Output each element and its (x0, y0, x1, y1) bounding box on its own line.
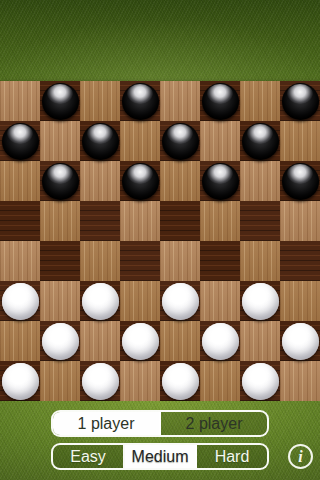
board-square[interactable] (160, 161, 200, 201)
board-square[interactable] (40, 121, 80, 161)
board-square[interactable] (40, 321, 80, 361)
white-checker[interactable] (2, 363, 39, 400)
board-square[interactable] (160, 361, 200, 401)
board-square[interactable] (80, 361, 120, 401)
board-square[interactable] (40, 241, 80, 281)
board-square[interactable] (280, 281, 320, 321)
board-square[interactable] (160, 81, 200, 121)
board-square[interactable] (0, 121, 40, 161)
black-checker[interactable] (122, 163, 159, 200)
board-square[interactable] (200, 281, 240, 321)
board-square[interactable] (280, 81, 320, 121)
white-checker[interactable] (202, 323, 239, 360)
player-mode-option-1-player[interactable]: 1 player (53, 412, 161, 435)
board-square[interactable] (40, 81, 80, 121)
board-square[interactable] (0, 161, 40, 201)
white-checker[interactable] (162, 283, 199, 320)
board-square[interactable] (120, 161, 160, 201)
board-square[interactable] (200, 361, 240, 401)
board-square[interactable] (120, 241, 160, 281)
board-square[interactable] (80, 81, 120, 121)
board-square[interactable] (40, 161, 80, 201)
board-square[interactable] (80, 241, 120, 281)
white-checker[interactable] (122, 323, 159, 360)
board-square[interactable] (240, 281, 280, 321)
board-square[interactable] (120, 321, 160, 361)
black-checker[interactable] (282, 83, 319, 120)
black-checker[interactable] (282, 163, 319, 200)
board-square[interactable] (160, 241, 200, 281)
board-square[interactable] (280, 241, 320, 281)
white-checker[interactable] (242, 363, 279, 400)
board-square[interactable] (80, 321, 120, 361)
board-square[interactable] (0, 201, 40, 241)
board-square[interactable] (280, 321, 320, 361)
board-square[interactable] (40, 281, 80, 321)
board-square[interactable] (200, 81, 240, 121)
white-checker[interactable] (42, 323, 79, 360)
board-square[interactable] (200, 321, 240, 361)
info-icon: i (298, 448, 302, 465)
board-square[interactable] (120, 121, 160, 161)
board-square[interactable] (240, 241, 280, 281)
info-button[interactable]: i (288, 444, 313, 469)
black-checker[interactable] (42, 163, 79, 200)
white-checker[interactable] (282, 323, 319, 360)
board-square[interactable] (240, 81, 280, 121)
board-square[interactable] (160, 321, 200, 361)
board-square[interactable] (0, 281, 40, 321)
black-checker[interactable] (2, 123, 39, 160)
board-square[interactable] (240, 361, 280, 401)
black-checker[interactable] (82, 123, 119, 160)
board-square[interactable] (160, 281, 200, 321)
black-checker[interactable] (162, 123, 199, 160)
board-square[interactable] (0, 361, 40, 401)
board-square[interactable] (120, 81, 160, 121)
white-checker[interactable] (162, 363, 199, 400)
board-square[interactable] (120, 281, 160, 321)
white-checker[interactable] (82, 363, 119, 400)
checkers-app-screen: 1 player2 player EasyMediumHard i (0, 0, 320, 480)
board-square[interactable] (280, 361, 320, 401)
difficulty-control: EasyMediumHard (51, 443, 269, 470)
white-checker[interactable] (82, 283, 119, 320)
board-square[interactable] (80, 121, 120, 161)
board-square[interactable] (40, 361, 80, 401)
board-square[interactable] (240, 161, 280, 201)
board-square[interactable] (200, 241, 240, 281)
difficulty-option-hard[interactable]: Hard (197, 445, 267, 468)
black-checker[interactable] (242, 123, 279, 160)
board-square[interactable] (240, 201, 280, 241)
board-square[interactable] (200, 201, 240, 241)
black-checker[interactable] (202, 163, 239, 200)
player-mode-control: 1 player2 player (51, 410, 269, 437)
board-square[interactable] (200, 161, 240, 201)
white-checker[interactable] (2, 283, 39, 320)
board-square[interactable] (0, 241, 40, 281)
board-square[interactable] (120, 361, 160, 401)
board-square[interactable] (0, 81, 40, 121)
board-square[interactable] (160, 121, 200, 161)
checkers-board (0, 81, 320, 401)
difficulty-option-medium[interactable]: Medium (125, 445, 197, 468)
board-square[interactable] (80, 201, 120, 241)
player-mode-option-2-player[interactable]: 2 player (161, 412, 267, 435)
board-square[interactable] (160, 201, 200, 241)
board-square[interactable] (200, 121, 240, 161)
board-square[interactable] (80, 161, 120, 201)
black-checker[interactable] (42, 83, 79, 120)
black-checker[interactable] (122, 83, 159, 120)
board-square[interactable] (80, 281, 120, 321)
difficulty-option-easy[interactable]: Easy (53, 445, 125, 468)
board-square[interactable] (280, 161, 320, 201)
table-felt-top (0, 0, 320, 81)
black-checker[interactable] (202, 83, 239, 120)
board-square[interactable] (0, 321, 40, 361)
board-square[interactable] (120, 201, 160, 241)
board-square[interactable] (280, 201, 320, 241)
board-square[interactable] (280, 121, 320, 161)
board-square[interactable] (240, 321, 280, 361)
white-checker[interactable] (242, 283, 279, 320)
board-square[interactable] (240, 121, 280, 161)
board-square[interactable] (40, 201, 80, 241)
